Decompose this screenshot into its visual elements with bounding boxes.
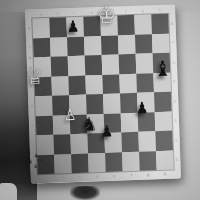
square-d5 — [85, 75, 103, 95]
file-label-h-top: h — [158, 7, 161, 12]
square-d4 — [86, 94, 104, 114]
rank-label-5-right: 5 — [173, 79, 176, 84]
file-label-f-bottom: f — [131, 173, 133, 178]
square-g1 — [139, 151, 157, 171]
square-a3 — [36, 115, 54, 135]
file-label-d-top: d — [90, 9, 93, 14]
rank-label-4-right: 4 — [173, 99, 176, 104]
square-c7 — [67, 36, 85, 56]
file-label-d-bottom: d — [96, 174, 99, 179]
square-f8 — [117, 15, 135, 35]
square-a8 — [32, 18, 50, 38]
rank-label-8-left: 8 — [28, 26, 31, 31]
black-pawn-e2: ♟ — [100, 123, 113, 139]
white-pawn-c3: ♙ — [64, 107, 77, 123]
file-label-g-top: g — [141, 8, 144, 13]
square-h4 — [154, 92, 172, 112]
square-g8 — [134, 14, 152, 34]
photo-scene: ♟♞♝♛ ® ♟♔♕♝♟♙♞♟aabbccddeeffgghh887766554… — [0, 0, 200, 200]
file-label-c-top: c — [73, 10, 75, 15]
square-c1 — [71, 153, 89, 173]
square-c5 — [68, 75, 86, 95]
square-h3 — [155, 111, 173, 131]
square-b2 — [53, 134, 71, 154]
black-pawn-c8: ♟ — [67, 18, 80, 34]
square-h7 — [152, 33, 170, 53]
background-floor-patch — [0, 183, 17, 200]
square-a4 — [35, 96, 53, 116]
rank-label-2-right: 2 — [175, 138, 178, 143]
square-b7 — [50, 37, 68, 57]
rank-label-1-right: 1 — [175, 157, 178, 162]
black-pawn-g4: ♟ — [135, 100, 148, 116]
square-h8 — [151, 14, 169, 34]
file-label-g-bottom: g — [147, 172, 150, 177]
square-f7 — [118, 34, 136, 54]
file-label-f-top: f — [125, 8, 127, 13]
square-d7 — [84, 36, 102, 56]
file-label-a-bottom: a — [45, 175, 48, 180]
rank-label-1-left: 1 — [33, 162, 36, 167]
square-e4 — [103, 93, 121, 113]
square-b8 — [49, 17, 67, 37]
board-grid — [32, 14, 173, 175]
square-e1 — [105, 152, 123, 172]
square-e7 — [101, 35, 119, 55]
black-knight-d3: ♞ — [82, 115, 98, 135]
square-c2 — [70, 134, 88, 154]
logo-piece-glyph: ♟ — [34, 153, 39, 158]
square-h2 — [155, 131, 173, 151]
square-e5 — [102, 74, 120, 94]
rank-label-7-right: 7 — [171, 40, 174, 45]
square-a2 — [36, 135, 54, 155]
rank-label-7-left: 7 — [28, 45, 31, 50]
square-g2 — [138, 131, 156, 151]
off-board-object — [70, 186, 100, 200]
rank-label-4-left: 4 — [31, 104, 34, 109]
rank-label-2-left: 2 — [32, 143, 35, 148]
file-label-c-bottom: c — [79, 174, 81, 179]
square-f1 — [122, 151, 140, 171]
rank-label-3-left: 3 — [31, 123, 34, 128]
file-label-b-top: b — [56, 10, 59, 15]
square-a7 — [33, 37, 51, 57]
square-f6 — [119, 54, 137, 74]
rank-label-6-right: 6 — [172, 60, 175, 65]
square-c6 — [68, 56, 86, 76]
square-b1 — [54, 154, 72, 174]
square-g6 — [136, 53, 154, 73]
square-g7 — [135, 34, 153, 54]
square-f5 — [119, 73, 137, 93]
square-d1 — [88, 152, 106, 172]
file-label-h-bottom: h — [164, 171, 167, 176]
square-h1 — [156, 150, 174, 170]
rank-label-8-right: 8 — [171, 21, 174, 26]
file-label-b-bottom: b — [62, 175, 65, 180]
logo-piece-glyph: ♞ — [38, 158, 43, 163]
brand-mark: ® — [28, 55, 33, 60]
square-b6 — [51, 56, 69, 76]
white-queen-a5: ♕ — [25, 65, 44, 88]
square-d6 — [85, 55, 103, 75]
chess-board: ♟♞♝♛ ® ♟♔♕♝♟♙♞♟aabbccddeeffgghh887766554… — [25, 4, 181, 183]
square-e6 — [102, 54, 120, 74]
square-g5 — [136, 73, 154, 93]
file-label-e-bottom: e — [113, 173, 116, 178]
black-bishop-h5: ♝ — [154, 58, 172, 80]
rank-label-3-right: 3 — [174, 118, 177, 123]
white-king-e8: ♔ — [97, 3, 117, 27]
file-label-a-top: a — [39, 11, 42, 16]
square-b5 — [51, 76, 69, 96]
square-f2 — [121, 132, 139, 152]
